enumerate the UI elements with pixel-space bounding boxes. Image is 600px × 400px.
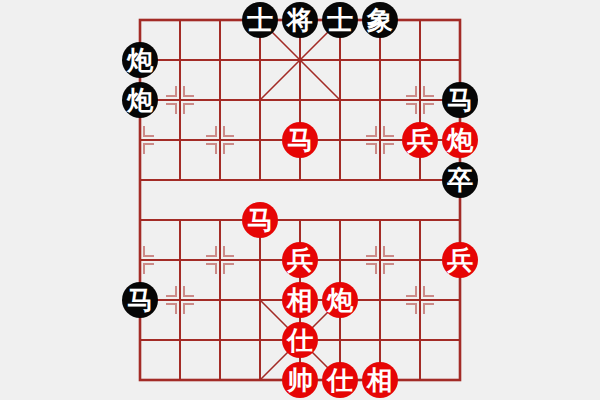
board-point[interactable] xyxy=(200,120,240,160)
board-point[interactable] xyxy=(360,320,400,360)
board-point[interactable] xyxy=(120,240,160,280)
piece-red-elephant[interactable]: 相 xyxy=(362,362,398,398)
board-point[interactable] xyxy=(320,120,360,160)
board-point[interactable] xyxy=(320,160,360,200)
board-point[interactable] xyxy=(360,120,400,160)
piece-black-general[interactable]: 将 xyxy=(282,2,318,38)
board-point[interactable] xyxy=(200,200,240,240)
board-point[interactable] xyxy=(440,280,480,320)
board-point[interactable] xyxy=(400,80,440,120)
board-point[interactable]: 马 xyxy=(440,80,480,120)
piece-red-general[interactable]: 帅 xyxy=(282,362,318,398)
board-point[interactable] xyxy=(160,40,200,80)
board-point[interactable] xyxy=(320,320,360,360)
board-point[interactable] xyxy=(200,40,240,80)
board-point[interactable] xyxy=(240,280,280,320)
piece-black-elephant[interactable]: 象 xyxy=(362,2,398,38)
board-point[interactable] xyxy=(320,40,360,80)
board-point[interactable]: 炮 xyxy=(440,120,480,160)
board-point[interactable] xyxy=(400,200,440,240)
board-point[interactable]: 相 xyxy=(360,360,400,400)
board-point[interactable] xyxy=(240,360,280,400)
board-point[interactable]: 炮 xyxy=(320,280,360,320)
board-point[interactable] xyxy=(400,40,440,80)
board-point[interactable]: 卒 xyxy=(440,160,480,200)
board-point[interactable]: 马 xyxy=(120,280,160,320)
board-point[interactable] xyxy=(200,280,240,320)
piece-red-pawn[interactable]: 兵 xyxy=(442,242,478,278)
board-point[interactable] xyxy=(400,280,440,320)
board-point[interactable] xyxy=(440,320,480,360)
board-point[interactable] xyxy=(240,40,280,80)
board-point[interactable]: 相 xyxy=(280,280,320,320)
board-point[interactable] xyxy=(400,160,440,200)
board-point[interactable]: 士 xyxy=(320,0,360,40)
board-point[interactable] xyxy=(360,40,400,80)
piece-red-advisor[interactable]: 仕 xyxy=(282,322,318,358)
board-point[interactable] xyxy=(360,240,400,280)
board-point[interactable] xyxy=(160,0,200,40)
board-point[interactable] xyxy=(360,280,400,320)
board-point[interactable] xyxy=(400,320,440,360)
board-point[interactable] xyxy=(320,240,360,280)
board-point[interactable] xyxy=(120,320,160,360)
board-point[interactable] xyxy=(280,40,320,80)
board-point[interactable] xyxy=(240,320,280,360)
board-point[interactable]: 仕 xyxy=(320,360,360,400)
board-point[interactable] xyxy=(280,160,320,200)
board-point[interactable]: 兵 xyxy=(280,240,320,280)
piece-black-pawn[interactable]: 卒 xyxy=(442,162,478,198)
board-point[interactable] xyxy=(160,280,200,320)
board-point[interactable] xyxy=(160,320,200,360)
board-point[interactable] xyxy=(120,200,160,240)
board-point[interactable] xyxy=(160,120,200,160)
piece-red-advisor[interactable]: 仕 xyxy=(322,362,358,398)
board-point[interactable]: 士 xyxy=(240,0,280,40)
board-point[interactable] xyxy=(400,240,440,280)
board-point[interactable] xyxy=(400,360,440,400)
board-point[interactable]: 仕 xyxy=(280,320,320,360)
board-point[interactable] xyxy=(360,160,400,200)
board-point[interactable] xyxy=(360,200,400,240)
board-point[interactable]: 炮 xyxy=(120,40,160,80)
board-point[interactable] xyxy=(160,160,200,200)
piece-red-horse[interactable]: 马 xyxy=(282,122,318,158)
board-point[interactable] xyxy=(440,360,480,400)
board-point[interactable] xyxy=(200,160,240,200)
board-point[interactable]: 将 xyxy=(280,0,320,40)
piece-black-advisor[interactable]: 士 xyxy=(322,2,358,38)
board-point[interactable] xyxy=(200,240,240,280)
board-point[interactable] xyxy=(200,320,240,360)
board-point[interactable]: 帅 xyxy=(280,360,320,400)
board-point[interactable] xyxy=(440,40,480,80)
board-point[interactable] xyxy=(400,0,440,40)
board-point[interactable] xyxy=(160,200,200,240)
board-point[interactable] xyxy=(440,0,480,40)
board-point[interactable] xyxy=(200,80,240,120)
piece-red-pawn[interactable]: 兵 xyxy=(282,242,318,278)
piece-black-cannon[interactable]: 炮 xyxy=(122,82,158,118)
board-point[interactable] xyxy=(240,120,280,160)
board-point[interactable] xyxy=(240,160,280,200)
piece-red-cannon[interactable]: 炮 xyxy=(322,282,358,318)
board-point[interactable]: 兵 xyxy=(400,120,440,160)
piece-black-horse[interactable]: 马 xyxy=(442,82,478,118)
board-point[interactable] xyxy=(320,200,360,240)
board-point[interactable] xyxy=(280,200,320,240)
piece-red-pawn[interactable]: 兵 xyxy=(402,122,438,158)
board-point[interactable] xyxy=(120,160,160,200)
board-point[interactable]: 炮 xyxy=(120,80,160,120)
board-point[interactable] xyxy=(160,80,200,120)
board-point[interactable] xyxy=(440,200,480,240)
board-point[interactable] xyxy=(120,360,160,400)
board-point[interactable] xyxy=(360,80,400,120)
piece-black-cannon[interactable]: 炮 xyxy=(122,42,158,78)
board-point[interactable] xyxy=(240,80,280,120)
piece-black-horse[interactable]: 马 xyxy=(122,282,158,318)
board-point[interactable]: 马 xyxy=(240,200,280,240)
xiangqi-app: 士将士象炮炮马马兵炮卒马兵兵马相炮仕帅仕相 xyxy=(0,0,600,400)
xiangqi-board: 士将士象炮炮马马兵炮卒马兵兵马相炮仕帅仕相 xyxy=(120,0,480,400)
board-point[interactable]: 马 xyxy=(280,120,320,160)
piece-red-horse[interactable]: 马 xyxy=(242,202,278,238)
board-point[interactable] xyxy=(280,80,320,120)
board-point[interactable] xyxy=(200,360,240,400)
piece-black-advisor[interactable]: 士 xyxy=(242,2,278,38)
board-point[interactable]: 兵 xyxy=(440,240,480,280)
board-point[interactable] xyxy=(120,0,160,40)
board-point[interactable] xyxy=(200,0,240,40)
board-point[interactable] xyxy=(160,360,200,400)
board-point[interactable] xyxy=(320,80,360,120)
piece-red-cannon[interactable]: 炮 xyxy=(442,122,478,158)
piece-red-elephant[interactable]: 相 xyxy=(282,282,318,318)
board-point[interactable] xyxy=(120,120,160,160)
board-point[interactable]: 象 xyxy=(360,0,400,40)
board-point[interactable] xyxy=(240,240,280,280)
board-point[interactable] xyxy=(160,240,200,280)
